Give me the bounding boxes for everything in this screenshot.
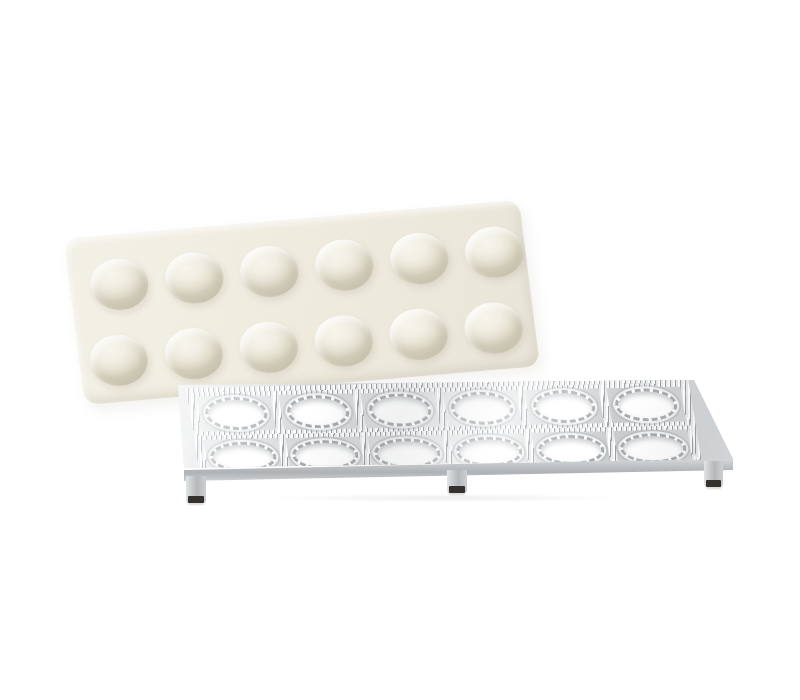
press-hole bbox=[285, 395, 352, 429]
press-hole bbox=[536, 434, 607, 465]
dome-bump bbox=[462, 224, 526, 280]
tray-pit-r1c3 bbox=[227, 231, 311, 312]
tray-pit-r1c1 bbox=[77, 244, 161, 325]
press-pit-r1c4 bbox=[438, 386, 527, 431]
dome-bump bbox=[161, 326, 225, 382]
press-hole bbox=[367, 393, 434, 427]
ground-shadow bbox=[190, 492, 700, 504]
dome-bump bbox=[387, 231, 451, 287]
press-hole bbox=[531, 389, 598, 423]
tray-pit-r1c6 bbox=[452, 211, 536, 292]
dome-bump bbox=[311, 313, 375, 369]
tray-pit-r2c3 bbox=[236, 306, 320, 387]
dome-bump bbox=[461, 300, 525, 356]
press-foot-right bbox=[704, 461, 723, 487]
mancala-front-board-press-frame bbox=[178, 378, 736, 474]
product-photo-canvas bbox=[0, 0, 800, 700]
dome-bump bbox=[162, 250, 226, 306]
tray-pit-r1c2 bbox=[152, 237, 236, 318]
press-hole bbox=[203, 396, 270, 430]
press-hole bbox=[618, 432, 689, 463]
press-pit-r1c2 bbox=[274, 389, 363, 434]
tray-pit-r2c6 bbox=[461, 286, 540, 367]
press-foot-right-pad bbox=[706, 480, 721, 487]
dome-bump bbox=[236, 319, 300, 375]
press-pit-r1c3 bbox=[356, 388, 445, 433]
tray-pit-r1c5 bbox=[377, 218, 461, 299]
press-pit-r1c6 bbox=[602, 383, 691, 428]
tray-pit-r2c5 bbox=[386, 293, 470, 374]
tray-pit-r1c4 bbox=[302, 224, 386, 305]
dome-bump bbox=[237, 244, 301, 300]
dome-bump bbox=[86, 332, 150, 388]
press-foot-middle bbox=[447, 470, 467, 493]
press-pit-r1c1 bbox=[192, 391, 281, 436]
press-hole bbox=[449, 391, 516, 425]
press-hole bbox=[613, 388, 680, 422]
press-hole bbox=[454, 436, 525, 467]
mancala-back-board-mold-tray bbox=[64, 200, 540, 405]
press-foot-left bbox=[186, 476, 206, 503]
press-hole bbox=[290, 439, 361, 470]
press-pit-r1c5 bbox=[520, 384, 609, 429]
dome-bump bbox=[386, 307, 450, 363]
dome-bump bbox=[312, 237, 376, 293]
press-hole bbox=[372, 437, 443, 468]
press-foot-middle-pad bbox=[449, 486, 465, 493]
press-foot-left-pad bbox=[188, 496, 204, 503]
tray-pit-r2c1 bbox=[86, 319, 170, 400]
tray-pit-r2c4 bbox=[311, 299, 395, 380]
tray-pit-r2c2 bbox=[161, 312, 245, 393]
dome-bump bbox=[87, 256, 151, 312]
press-hole bbox=[208, 441, 279, 472]
